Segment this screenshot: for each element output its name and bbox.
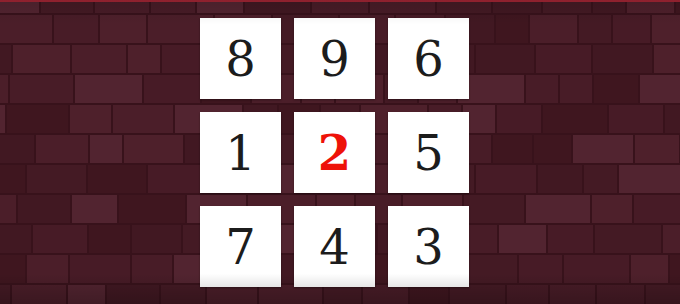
brick (519, 255, 562, 283)
brick (0, 75, 8, 103)
brick (18, 195, 70, 223)
brick (100, 15, 146, 43)
brick (0, 105, 5, 133)
brick (363, 285, 408, 304)
brick (7, 105, 68, 133)
brick (663, 225, 680, 253)
brick (0, 225, 31, 253)
brick (161, 285, 205, 304)
brick (324, 285, 361, 304)
brick (548, 225, 593, 253)
brick (124, 135, 183, 163)
cell-r2c1[interactable]: 1 (200, 112, 281, 193)
brick (593, 45, 652, 73)
brick (665, 105, 680, 133)
brick (88, 165, 146, 193)
brick (144, 75, 200, 103)
brick (536, 45, 591, 73)
brick (27, 165, 86, 193)
brick (464, 195, 524, 223)
brick (499, 225, 546, 253)
brick (530, 15, 577, 43)
cell-r1c1[interactable]: 8 (200, 18, 281, 99)
brick (132, 255, 172, 283)
brick (33, 225, 87, 253)
brick (560, 75, 592, 103)
brick (148, 165, 203, 193)
brick (476, 45, 534, 73)
brick (526, 75, 558, 103)
brick (497, 105, 541, 133)
cell-r1c3[interactable]: 6 (388, 18, 469, 99)
brick (0, 255, 25, 283)
brick (113, 105, 173, 133)
brick (0, 135, 34, 163)
brick (36, 135, 88, 163)
brick (476, 165, 536, 193)
brick (652, 15, 680, 43)
cell-r3c1[interactable]: 7 (200, 206, 281, 287)
brick (0, 195, 16, 223)
brick (493, 135, 532, 163)
brick (613, 15, 650, 43)
brick (538, 165, 582, 193)
brick (10, 75, 73, 103)
brick (90, 135, 122, 163)
brick (646, 285, 680, 304)
brick (54, 15, 98, 43)
brick (597, 285, 644, 304)
brick (89, 225, 130, 253)
brick (526, 195, 590, 223)
brick (631, 255, 668, 283)
brick (128, 45, 160, 73)
brick (595, 225, 661, 253)
brick (550, 285, 595, 304)
brick (564, 255, 629, 283)
brick (507, 285, 548, 304)
brick (534, 135, 571, 163)
brick (0, 285, 10, 304)
cell-r1c2[interactable]: 9 (294, 18, 375, 99)
brick (496, 15, 528, 43)
brick (579, 15, 611, 43)
brick (259, 285, 322, 304)
brick (609, 105, 663, 133)
brick (635, 135, 679, 163)
brick (13, 45, 70, 73)
brick (670, 255, 680, 283)
brick (543, 105, 607, 133)
brick (68, 285, 105, 304)
brick (12, 285, 66, 304)
puzzle-stage: 8 9 6 1 2 5 7 4 3 (0, 0, 680, 304)
brick (132, 225, 181, 253)
brick (70, 105, 111, 133)
cell-r3c3[interactable]: 3 (388, 206, 469, 287)
brick (654, 45, 680, 73)
number-grid-board: 8 9 6 1 2 5 7 4 3 (200, 18, 469, 287)
brick (107, 285, 159, 304)
wall-top-edge-line (0, 0, 680, 2)
brick (72, 45, 126, 73)
brick (592, 195, 632, 223)
brick (584, 165, 617, 193)
brick (450, 285, 505, 304)
brick (0, 15, 52, 43)
brick (410, 285, 448, 304)
cell-r3c2[interactable]: 4 (294, 206, 375, 287)
brick (619, 165, 680, 193)
brick (119, 195, 185, 223)
cell-r2c3[interactable]: 5 (388, 112, 469, 193)
brick (0, 165, 25, 193)
brick (594, 75, 638, 103)
brick (27, 255, 68, 283)
brick (207, 285, 257, 304)
brick (573, 135, 633, 163)
brick (75, 75, 142, 103)
brick (0, 45, 11, 73)
brick (70, 255, 130, 283)
brick (634, 195, 680, 223)
brick (640, 75, 680, 103)
cell-r2c2[interactable]: 2 (294, 112, 375, 193)
brick (72, 195, 117, 223)
